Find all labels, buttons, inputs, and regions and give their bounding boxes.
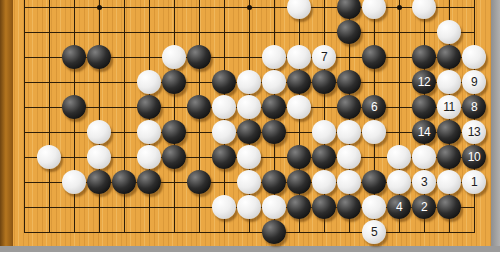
stone-black[interactable] [262,170,286,194]
stone-black[interactable] [162,70,186,94]
stone-white[interactable] [262,70,286,94]
stone-black[interactable] [287,145,311,169]
move-number-label: 2 [421,201,427,213]
stone-black[interactable] [112,170,136,194]
star-point [97,5,102,10]
stone-white[interactable] [412,145,436,169]
stone-black[interactable] [62,95,86,119]
stone-black[interactable] [437,195,461,219]
stone-black[interactable] [187,95,211,119]
grid-line-vertical [49,0,50,233]
stone-black[interactable] [412,95,436,119]
stone-black[interactable] [437,120,461,144]
go-board-screenshot: 7129611814131031425 [0,0,500,260]
stone-black[interactable] [162,120,186,144]
stone-black[interactable] [62,45,86,69]
stone-white[interactable] [237,95,261,119]
stone-black[interactable] [187,45,211,69]
stone-white[interactable] [162,45,186,69]
stone-black[interactable] [312,195,336,219]
stone-white[interactable]: 9 [462,70,486,94]
stone-white[interactable] [87,120,111,144]
move-number-label: 12 [418,76,430,88]
stone-black[interactable] [362,170,386,194]
stone-black[interactable] [262,220,286,244]
stone-white[interactable] [312,120,336,144]
grid-line-horizontal [24,232,475,233]
move-number-label: 14 [418,126,430,138]
stone-black[interactable] [337,20,361,44]
stone-black[interactable] [87,170,111,194]
stone-white[interactable] [87,145,111,169]
stone-black[interactable]: 10 [462,145,486,169]
move-number-label: 3 [421,176,427,188]
stone-black[interactable] [312,145,336,169]
move-number-label: 11 [443,101,454,113]
stone-black[interactable] [137,170,161,194]
stone-white[interactable] [287,45,311,69]
stone-white[interactable] [137,120,161,144]
stone-white[interactable] [262,195,286,219]
move-number-label: 4 [396,201,402,213]
stone-white[interactable] [337,170,361,194]
grid-line-vertical [174,0,175,233]
stone-white[interactable] [337,120,361,144]
stone-black[interactable] [412,45,436,69]
stone-white[interactable] [437,170,461,194]
stone-black[interactable] [262,120,286,144]
board-edge-bottom [0,246,500,252]
stone-black[interactable] [287,195,311,219]
stone-white[interactable]: 5 [362,220,386,244]
stone-white[interactable] [237,195,261,219]
stone-black[interactable] [262,95,286,119]
stone-black[interactable]: 6 [362,95,386,119]
stone-black[interactable] [337,95,361,119]
grid-line-vertical [124,0,125,233]
move-number-label: 5 [371,226,377,238]
stone-black[interactable] [287,70,311,94]
stone-white[interactable] [437,20,461,44]
stone-black[interactable] [337,70,361,94]
stone-black[interactable] [287,170,311,194]
stone-black[interactable] [437,45,461,69]
stone-black[interactable]: 14 [412,120,436,144]
stone-black[interactable]: 8 [462,95,486,119]
grid-line-horizontal [24,32,475,33]
stone-white[interactable] [387,170,411,194]
stone-black[interactable] [437,145,461,169]
stone-black[interactable] [187,170,211,194]
stone-black[interactable] [237,120,261,144]
move-number-label: 6 [371,101,377,113]
stone-white[interactable] [337,145,361,169]
move-number-label: 10 [468,151,480,163]
stone-white[interactable] [212,195,236,219]
board-edge-right [491,0,500,252]
stone-white[interactable]: 7 [312,45,336,69]
stone-white[interactable]: 13 [462,120,486,144]
grid-line-vertical [99,0,100,233]
stone-white[interactable] [362,195,386,219]
move-number-label: 13 [468,126,480,138]
move-number-label: 9 [471,76,477,88]
stone-white[interactable] [212,120,236,144]
stone-black[interactable] [162,145,186,169]
stone-white[interactable] [137,70,161,94]
move-number-label: 1 [471,176,477,188]
stone-black[interactable] [362,45,386,69]
stone-black[interactable]: 4 [387,195,411,219]
stone-white[interactable] [312,170,336,194]
stone-white[interactable] [262,45,286,69]
stone-black[interactable] [212,70,236,94]
stone-white[interactable] [237,145,261,169]
stone-white[interactable] [237,170,261,194]
stone-white[interactable] [462,45,486,69]
move-number-label: 8 [471,101,477,113]
move-number-label: 7 [321,51,327,63]
stone-black[interactable] [137,95,161,119]
stone-black[interactable] [312,70,336,94]
stone-white[interactable] [387,145,411,169]
stone-white[interactable]: 1 [462,170,486,194]
star-point [397,5,402,10]
stone-black[interactable] [212,145,236,169]
stone-white[interactable] [62,170,86,194]
stone-white[interactable] [37,145,61,169]
stone-black[interactable] [87,45,111,69]
grid-line-vertical [24,0,25,233]
stone-white[interactable]: 3 [412,170,436,194]
star-point [247,5,252,10]
stone-black[interactable]: 2 [412,195,436,219]
stone-white[interactable] [137,145,161,169]
stone-white[interactable] [212,95,236,119]
stone-white[interactable] [237,70,261,94]
stone-black[interactable] [337,195,361,219]
stone-white[interactable] [287,95,311,119]
stone-white[interactable] [437,70,461,94]
stone-white[interactable] [362,120,386,144]
stone-black[interactable]: 12 [412,70,436,94]
stone-white[interactable]: 11 [437,95,461,119]
board-edge-left [0,0,13,246]
